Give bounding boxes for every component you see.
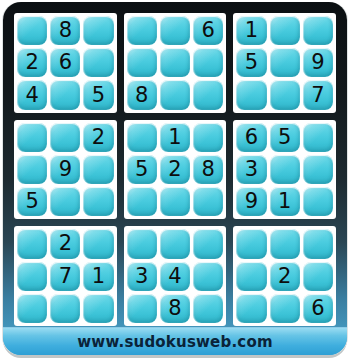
box-3-2: 348 xyxy=(124,226,227,326)
cell-r6c7[interactable]: 9 xyxy=(236,187,266,216)
box-3-3: 26 xyxy=(233,226,336,326)
cell-r8c2[interactable]: 7 xyxy=(50,262,80,291)
box-2-2: 1528 xyxy=(124,120,227,220)
cell-r7c9[interactable] xyxy=(303,229,333,258)
cell-r9c7[interactable] xyxy=(236,294,266,323)
cell-r4c1[interactable] xyxy=(17,123,47,152)
cell-r7c1[interactable] xyxy=(17,229,47,258)
cell-r8c9[interactable] xyxy=(303,262,333,291)
cell-r5c3[interactable] xyxy=(83,155,113,184)
cell-r3c1[interactable]: 4 xyxy=(17,80,47,109)
cell-r6c4[interactable] xyxy=(127,187,157,216)
cell-r2c3[interactable] xyxy=(83,48,113,77)
box-1-2: 68 xyxy=(124,13,227,113)
cell-r8c5[interactable]: 4 xyxy=(160,262,190,291)
sudoku-board: 8264568159729515286539127134826 xyxy=(14,13,336,326)
cell-r3c7[interactable] xyxy=(236,80,266,109)
cell-r9c1[interactable] xyxy=(17,294,47,323)
cell-r9c6[interactable] xyxy=(193,294,223,323)
cell-r4c7[interactable]: 6 xyxy=(236,123,266,152)
cell-r9c3[interactable] xyxy=(83,294,113,323)
cell-r7c2[interactable]: 2 xyxy=(50,229,80,258)
cell-r8c3[interactable]: 1 xyxy=(83,262,113,291)
cell-r1c4[interactable] xyxy=(127,16,157,45)
cell-r3c4[interactable]: 8 xyxy=(127,80,157,109)
cell-r9c5[interactable]: 8 xyxy=(160,294,190,323)
cell-r2c8[interactable] xyxy=(270,48,300,77)
cell-r5c2[interactable]: 9 xyxy=(50,155,80,184)
cell-r2c2[interactable]: 6 xyxy=(50,48,80,77)
cell-r5c5[interactable]: 2 xyxy=(160,155,190,184)
cell-r1c8[interactable] xyxy=(270,16,300,45)
cell-r5c9[interactable] xyxy=(303,155,333,184)
cell-r2c1[interactable]: 2 xyxy=(17,48,47,77)
cell-r5c1[interactable] xyxy=(17,155,47,184)
cell-r3c5[interactable] xyxy=(160,80,190,109)
cell-r8c7[interactable] xyxy=(236,262,266,291)
website-link[interactable]: www.sudokusweb.com xyxy=(77,333,272,351)
box-2-1: 295 xyxy=(14,120,117,220)
cell-r7c4[interactable] xyxy=(127,229,157,258)
cell-r4c5[interactable]: 1 xyxy=(160,123,190,152)
cell-r4c4[interactable] xyxy=(127,123,157,152)
cell-r1c3[interactable] xyxy=(83,16,113,45)
cell-r9c9[interactable]: 6 xyxy=(303,294,333,323)
cell-r3c8[interactable] xyxy=(270,80,300,109)
cell-r2c5[interactable] xyxy=(160,48,190,77)
cell-r1c2[interactable]: 8 xyxy=(50,16,80,45)
cell-r7c7[interactable] xyxy=(236,229,266,258)
cell-r5c4[interactable]: 5 xyxy=(127,155,157,184)
cell-r2c4[interactable] xyxy=(127,48,157,77)
cell-r4c2[interactable] xyxy=(50,123,80,152)
cell-r6c9[interactable] xyxy=(303,187,333,216)
cell-r8c1[interactable] xyxy=(17,262,47,291)
cell-r5c6[interactable]: 8 xyxy=(193,155,223,184)
cell-r9c4[interactable] xyxy=(127,294,157,323)
cell-r4c6[interactable] xyxy=(193,123,223,152)
box-1-1: 82645 xyxy=(14,13,117,113)
cell-r8c8[interactable]: 2 xyxy=(270,262,300,291)
cell-r4c8[interactable]: 5 xyxy=(270,123,300,152)
cell-r3c9[interactable]: 7 xyxy=(303,80,333,109)
cell-r3c2[interactable] xyxy=(50,80,80,109)
cell-r2c9[interactable]: 9 xyxy=(303,48,333,77)
cell-r4c3[interactable]: 2 xyxy=(83,123,113,152)
cell-r8c6[interactable] xyxy=(193,262,223,291)
box-1-3: 1597 xyxy=(233,13,336,113)
cell-r5c7[interactable]: 3 xyxy=(236,155,266,184)
box-3-1: 271 xyxy=(14,226,117,326)
cell-r9c2[interactable] xyxy=(50,294,80,323)
cell-r7c8[interactable] xyxy=(270,229,300,258)
cell-r7c5[interactable] xyxy=(160,229,190,258)
cell-r8c4[interactable]: 3 xyxy=(127,262,157,291)
footer-banner: www.sudokusweb.com xyxy=(3,327,347,355)
cell-r6c2[interactable] xyxy=(50,187,80,216)
cell-r1c5[interactable] xyxy=(160,16,190,45)
cell-r2c6[interactable] xyxy=(193,48,223,77)
cell-r1c1[interactable] xyxy=(17,16,47,45)
cell-r7c6[interactable] xyxy=(193,229,223,258)
board-frame: 8264568159729515286539127134826 www.sudo… xyxy=(3,2,347,355)
cell-r1c6[interactable]: 6 xyxy=(193,16,223,45)
cell-r6c5[interactable] xyxy=(160,187,190,216)
cell-r9c8[interactable] xyxy=(270,294,300,323)
cell-r1c7[interactable]: 1 xyxy=(236,16,266,45)
cell-r4c9[interactable] xyxy=(303,123,333,152)
cell-r5c8[interactable] xyxy=(270,155,300,184)
box-2-3: 65391 xyxy=(233,120,336,220)
cell-r6c8[interactable]: 1 xyxy=(270,187,300,216)
cell-r2c7[interactable]: 5 xyxy=(236,48,266,77)
sudoku-page: 8264568159729515286539127134826 www.sudo… xyxy=(0,0,350,360)
cell-r1c9[interactable] xyxy=(303,16,333,45)
cell-r6c3[interactable] xyxy=(83,187,113,216)
cell-r3c6[interactable] xyxy=(193,80,223,109)
cell-r6c1[interactable]: 5 xyxy=(17,187,47,216)
cell-r7c3[interactable] xyxy=(83,229,113,258)
cell-r3c3[interactable]: 5 xyxy=(83,80,113,109)
cell-r6c6[interactable] xyxy=(193,187,223,216)
